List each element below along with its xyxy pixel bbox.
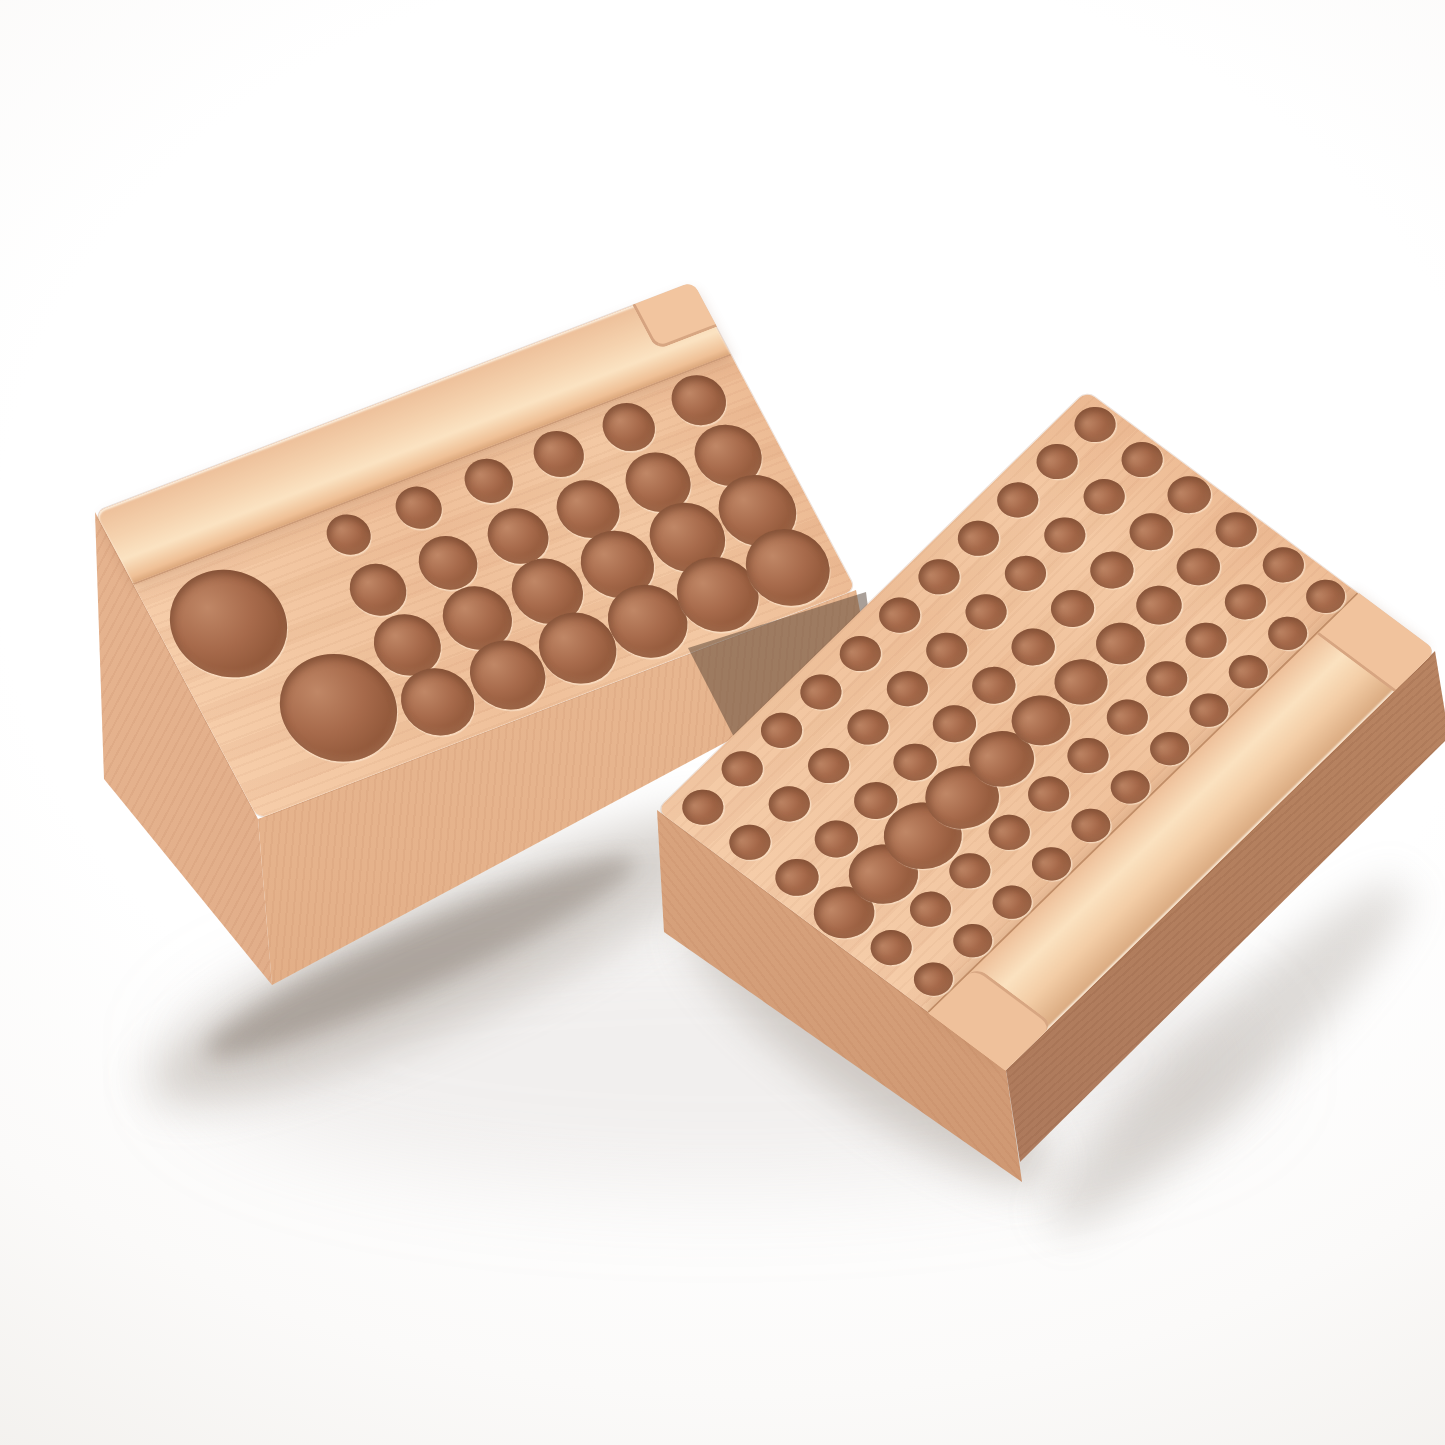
- tool-hole: [871, 590, 929, 640]
- tool-hole: [862, 923, 920, 973]
- product-photo-stage: [0, 0, 1445, 1445]
- tool-hole: [1024, 840, 1079, 887]
- tool-hole: [963, 659, 1024, 711]
- tool-hole: [831, 629, 889, 679]
- tool-hole: [1138, 654, 1196, 704]
- tool-hole: [1020, 769, 1078, 819]
- tool-hole: [1036, 510, 1094, 560]
- tool-hole: [1075, 472, 1133, 522]
- tool-hole: [1081, 544, 1142, 596]
- tool-hole: [766, 851, 827, 903]
- tool-hole: [1063, 802, 1118, 849]
- tool-hole: [456, 452, 521, 509]
- tool-hole: [674, 782, 732, 832]
- tool-hole: [713, 744, 771, 794]
- tool-hole: [760, 779, 818, 829]
- tool-hole: [985, 879, 1040, 926]
- tool-hole: [1098, 692, 1156, 742]
- tool-hole: [1221, 648, 1276, 695]
- tool-hole: [906, 956, 961, 1003]
- tool-hole: [1103, 764, 1158, 811]
- tool-hole: [1142, 725, 1197, 772]
- tool-hole: [910, 552, 968, 602]
- tool-hole: [1121, 506, 1182, 558]
- tool-hole: [949, 514, 1007, 564]
- tool-hole: [957, 587, 1015, 637]
- tool-hole: [1168, 541, 1229, 593]
- tool-hole: [918, 625, 976, 675]
- tool-hole: [1042, 582, 1103, 634]
- tool-hole: [800, 741, 858, 791]
- tool-hole: [388, 480, 450, 535]
- tool-hole: [996, 549, 1054, 599]
- tool-hole: [1059, 731, 1117, 781]
- tool-hole: [662, 368, 735, 433]
- tool-hole: [989, 475, 1047, 525]
- tool-hole: [753, 706, 811, 756]
- tool-hole: [594, 396, 664, 458]
- tool-hole: [1177, 616, 1235, 666]
- tool-hole: [525, 424, 593, 484]
- tool-hole: [792, 667, 850, 717]
- tool-hole: [319, 508, 378, 560]
- tool-hole: [1181, 687, 1236, 734]
- tool-hole: [945, 917, 1000, 964]
- tool-hole: [721, 818, 779, 868]
- tool-hole: [878, 664, 936, 714]
- tool-hole: [1003, 621, 1064, 673]
- tool-hole: [1028, 437, 1086, 487]
- tool-hole: [1127, 578, 1191, 633]
- tool-hole: [1216, 577, 1274, 627]
- tool-hole: [839, 702, 897, 752]
- tool-hole: [1260, 610, 1315, 657]
